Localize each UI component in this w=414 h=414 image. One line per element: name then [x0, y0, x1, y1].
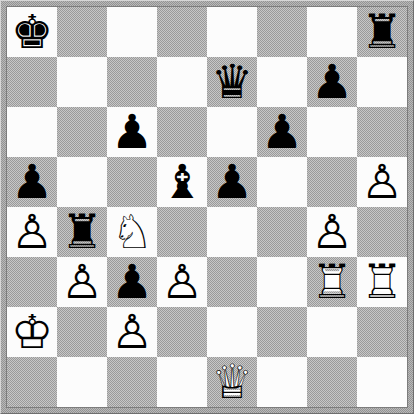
- square-f5[interactable]: [257, 157, 307, 207]
- square-e2[interactable]: [207, 307, 257, 357]
- piece-black-rook[interactable]: [57, 207, 107, 257]
- square-b1[interactable]: [57, 357, 107, 407]
- square-f4[interactable]: [257, 207, 307, 257]
- piece-white-pawn[interactable]: [357, 157, 407, 207]
- piece-black-king[interactable]: [7, 7, 57, 57]
- square-g4[interactable]: [307, 207, 357, 257]
- square-g7[interactable]: [307, 57, 357, 107]
- square-h5[interactable]: [357, 157, 407, 207]
- piece-black-pawn[interactable]: [107, 257, 157, 307]
- square-b7[interactable]: [57, 57, 107, 107]
- square-h6[interactable]: [357, 107, 407, 157]
- square-d2[interactable]: [157, 307, 207, 357]
- square-e4[interactable]: [207, 207, 257, 257]
- square-a6[interactable]: [7, 107, 57, 157]
- piece-white-queen[interactable]: [207, 357, 257, 407]
- square-h2[interactable]: [357, 307, 407, 357]
- square-d7[interactable]: [157, 57, 207, 107]
- square-c6[interactable]: [107, 107, 157, 157]
- square-c8[interactable]: [107, 7, 157, 57]
- square-d1[interactable]: [157, 357, 207, 407]
- square-h8[interactable]: [357, 7, 407, 57]
- square-a5[interactable]: [7, 157, 57, 207]
- piece-black-pawn[interactable]: [257, 107, 307, 157]
- square-h7[interactable]: [357, 57, 407, 107]
- square-d8[interactable]: [157, 7, 207, 57]
- square-a2[interactable]: [7, 307, 57, 357]
- square-d4[interactable]: [157, 207, 207, 257]
- piece-black-pawn[interactable]: [107, 107, 157, 157]
- piece-black-pawn[interactable]: [7, 157, 57, 207]
- square-f7[interactable]: [257, 57, 307, 107]
- square-g1[interactable]: [307, 357, 357, 407]
- square-a7[interactable]: [7, 57, 57, 107]
- square-c7[interactable]: [107, 57, 157, 107]
- piece-white-knight[interactable]: [107, 207, 157, 257]
- square-e5[interactable]: [207, 157, 257, 207]
- square-h3[interactable]: [357, 257, 407, 307]
- square-c5[interactable]: [107, 157, 157, 207]
- square-g8[interactable]: [307, 7, 357, 57]
- square-b2[interactable]: [57, 307, 107, 357]
- piece-black-rook[interactable]: [357, 7, 407, 57]
- square-b3[interactable]: [57, 257, 107, 307]
- square-h1[interactable]: [357, 357, 407, 407]
- square-f1[interactable]: [257, 357, 307, 407]
- square-f6[interactable]: [257, 107, 307, 157]
- square-g6[interactable]: [307, 107, 357, 157]
- piece-black-queen[interactable]: [207, 57, 257, 107]
- square-f8[interactable]: [257, 7, 307, 57]
- square-g5[interactable]: [307, 157, 357, 207]
- square-f3[interactable]: [257, 257, 307, 307]
- square-g3[interactable]: [307, 257, 357, 307]
- square-c3[interactable]: [107, 257, 157, 307]
- piece-white-pawn[interactable]: [107, 307, 157, 357]
- square-d5[interactable]: [157, 157, 207, 207]
- square-h4[interactable]: [357, 207, 407, 257]
- square-e3[interactable]: [207, 257, 257, 307]
- square-d6[interactable]: [157, 107, 207, 157]
- square-a4[interactable]: [7, 207, 57, 257]
- square-e8[interactable]: [207, 7, 257, 57]
- square-c2[interactable]: [107, 307, 157, 357]
- square-e1[interactable]: [207, 357, 257, 407]
- piece-white-rook[interactable]: [357, 257, 407, 307]
- square-b5[interactable]: [57, 157, 107, 207]
- piece-white-pawn[interactable]: [7, 207, 57, 257]
- piece-black-bishop[interactable]: [157, 157, 207, 207]
- square-d3[interactable]: [157, 257, 207, 307]
- piece-white-pawn[interactable]: [157, 257, 207, 307]
- piece-black-pawn[interactable]: [207, 157, 257, 207]
- board-frame: [0, 0, 414, 414]
- square-a8[interactable]: [7, 7, 57, 57]
- square-e6[interactable]: [207, 107, 257, 157]
- chess-board: [7, 7, 407, 407]
- square-a1[interactable]: [7, 357, 57, 407]
- square-b4[interactable]: [57, 207, 107, 257]
- piece-white-pawn[interactable]: [57, 257, 107, 307]
- piece-white-pawn[interactable]: [307, 207, 357, 257]
- piece-black-pawn[interactable]: [307, 57, 357, 107]
- square-b6[interactable]: [57, 107, 107, 157]
- piece-white-rook[interactable]: [307, 257, 357, 307]
- square-c1[interactable]: [107, 357, 157, 407]
- square-a3[interactable]: [7, 257, 57, 307]
- square-g2[interactable]: [307, 307, 357, 357]
- square-e7[interactable]: [207, 57, 257, 107]
- square-b8[interactable]: [57, 7, 107, 57]
- square-c4[interactable]: [107, 207, 157, 257]
- square-f2[interactable]: [257, 307, 307, 357]
- piece-white-king[interactable]: [7, 307, 57, 357]
